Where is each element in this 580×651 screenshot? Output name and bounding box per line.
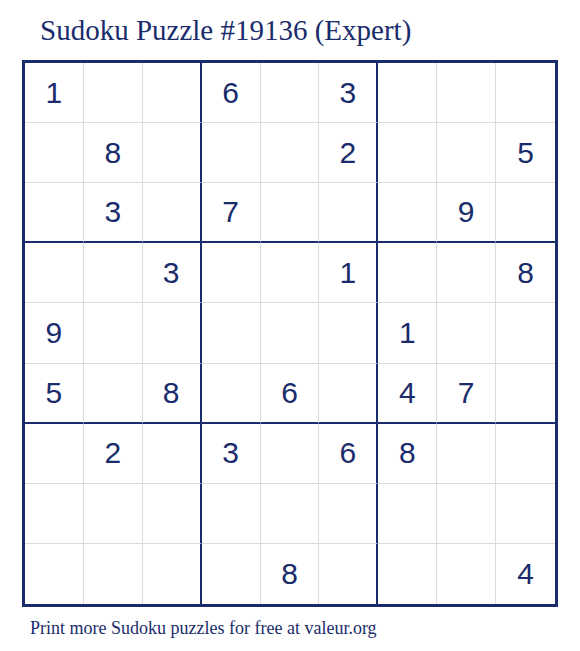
sudoku-cell-r5c2[interactable] [84,303,143,363]
sudoku-cell-r1c4: 6 [202,63,261,123]
sudoku-cell-r9c2[interactable] [84,544,143,604]
sudoku-cell-r6c8: 7 [437,364,496,424]
sudoku-cell-r4c6: 1 [319,243,378,303]
sudoku-board: 1638253793189158647236884 [22,60,558,607]
sudoku-cell-r2c9: 5 [496,123,555,183]
sudoku-cell-r6c9[interactable] [496,364,555,424]
sudoku-page: Sudoku Puzzle #19136 (Expert) 1638253793… [0,0,580,651]
sudoku-cell-r7c1[interactable] [25,424,84,484]
sudoku-cell-r8c4[interactable] [202,484,261,544]
sudoku-cell-r4c3: 3 [143,243,202,303]
sudoku-cell-r9c6[interactable] [319,544,378,604]
sudoku-cell-r4c7[interactable] [378,243,437,303]
sudoku-cell-r3c8: 9 [437,183,496,243]
sudoku-cell-r8c5[interactable] [261,484,320,544]
sudoku-cell-r5c6[interactable] [319,303,378,363]
sudoku-cell-r4c8[interactable] [437,243,496,303]
sudoku-cell-r5c3[interactable] [143,303,202,363]
sudoku-cell-r6c4[interactable] [202,364,261,424]
sudoku-cell-r7c8[interactable] [437,424,496,484]
sudoku-cell-r9c5: 8 [261,544,320,604]
sudoku-cell-r3c6[interactable] [319,183,378,243]
sudoku-cell-r2c6: 2 [319,123,378,183]
sudoku-cell-r5c1: 9 [25,303,84,363]
sudoku-cell-r9c1[interactable] [25,544,84,604]
sudoku-cell-r8c2[interactable] [84,484,143,544]
sudoku-cell-r2c7[interactable] [378,123,437,183]
sudoku-cell-r1c9[interactable] [496,63,555,123]
sudoku-cell-r7c2: 2 [84,424,143,484]
sudoku-cell-r8c8[interactable] [437,484,496,544]
sudoku-cell-r1c3[interactable] [143,63,202,123]
sudoku-cell-r3c9[interactable] [496,183,555,243]
sudoku-cell-r2c1[interactable] [25,123,84,183]
sudoku-cell-r2c8[interactable] [437,123,496,183]
sudoku-cell-r9c4[interactable] [202,544,261,604]
page-title: Sudoku Puzzle #19136 (Expert) [40,14,411,47]
sudoku-cell-r7c7: 8 [378,424,437,484]
sudoku-cell-r4c5[interactable] [261,243,320,303]
sudoku-cell-r8c7[interactable] [378,484,437,544]
sudoku-cell-r3c3[interactable] [143,183,202,243]
sudoku-cell-r6c1: 5 [25,364,84,424]
sudoku-cell-r1c2[interactable] [84,63,143,123]
sudoku-cell-r9c9: 4 [496,544,555,604]
sudoku-cell-r8c1[interactable] [25,484,84,544]
sudoku-cell-r2c2: 8 [84,123,143,183]
sudoku-cell-r5c5[interactable] [261,303,320,363]
sudoku-cell-r1c8[interactable] [437,63,496,123]
sudoku-cell-r4c1[interactable] [25,243,84,303]
sudoku-cell-r4c9: 8 [496,243,555,303]
sudoku-cell-r5c9[interactable] [496,303,555,363]
sudoku-cell-r2c4[interactable] [202,123,261,183]
sudoku-cell-r3c1[interactable] [25,183,84,243]
sudoku-cell-r4c2[interactable] [84,243,143,303]
sudoku-cell-r9c3[interactable] [143,544,202,604]
sudoku-cell-r3c2: 3 [84,183,143,243]
sudoku-cell-r6c2[interactable] [84,364,143,424]
sudoku-cell-r9c8[interactable] [437,544,496,604]
sudoku-cell-r7c5[interactable] [261,424,320,484]
sudoku-cell-r4c4[interactable] [202,243,261,303]
footer-text: Print more Sudoku puzzles for free at va… [30,618,377,639]
sudoku-cell-r3c7[interactable] [378,183,437,243]
sudoku-cell-r1c7[interactable] [378,63,437,123]
sudoku-cell-r2c5[interactable] [261,123,320,183]
sudoku-cell-r7c9[interactable] [496,424,555,484]
sudoku-cell-r5c8[interactable] [437,303,496,363]
sudoku-cell-r8c3[interactable] [143,484,202,544]
sudoku-cell-r6c7: 4 [378,364,437,424]
sudoku-cell-r9c7[interactable] [378,544,437,604]
sudoku-cell-r8c6[interactable] [319,484,378,544]
sudoku-cell-r7c4: 3 [202,424,261,484]
sudoku-cell-r7c6: 6 [319,424,378,484]
sudoku-cell-r3c4: 7 [202,183,261,243]
sudoku-cell-r7c3[interactable] [143,424,202,484]
sudoku-cell-r1c1: 1 [25,63,84,123]
sudoku-cell-r8c9[interactable] [496,484,555,544]
sudoku-cell-r5c4[interactable] [202,303,261,363]
sudoku-cell-r6c6[interactable] [319,364,378,424]
sudoku-cell-r2c3[interactable] [143,123,202,183]
sudoku-cell-r6c5: 6 [261,364,320,424]
sudoku-cell-r6c3: 8 [143,364,202,424]
sudoku-cell-r5c7: 1 [378,303,437,363]
sudoku-cell-r1c5[interactable] [261,63,320,123]
sudoku-cell-r1c6: 3 [319,63,378,123]
sudoku-cell-r3c5[interactable] [261,183,320,243]
